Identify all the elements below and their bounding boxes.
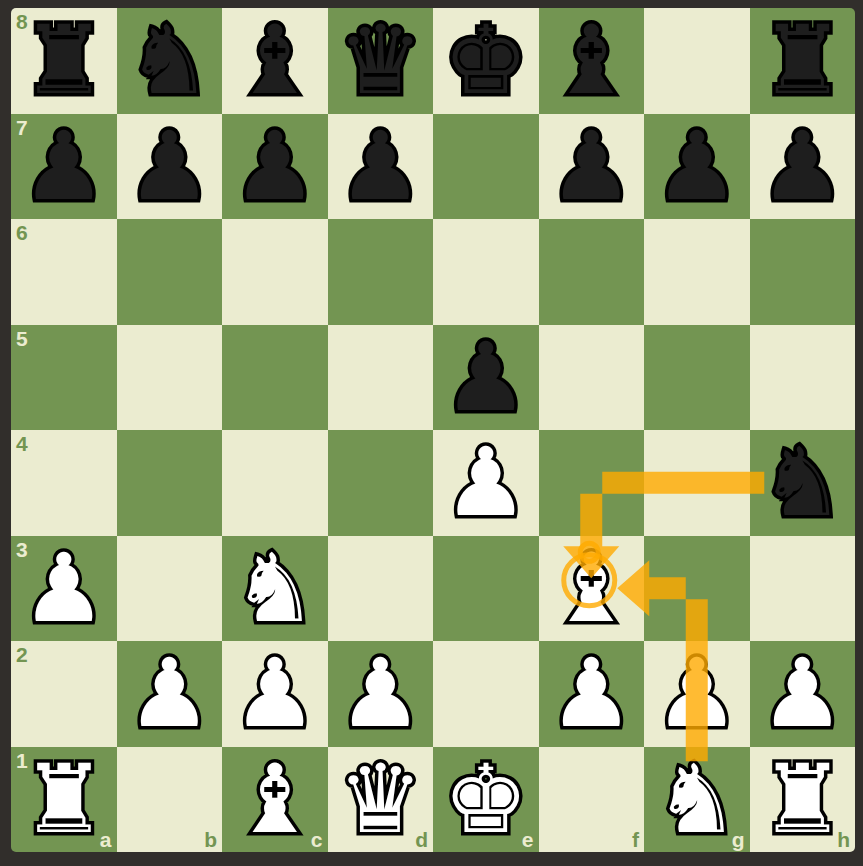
square-h4[interactable]: ♞ [750, 430, 856, 536]
piece-white-rook-a1[interactable]: ♜ [11, 747, 117, 853]
square-b4[interactable] [117, 430, 223, 536]
square-f8[interactable]: ♝ [539, 8, 645, 114]
piece-black-king-e8[interactable]: ♚ [433, 8, 539, 114]
piece-white-pawn-g2[interactable]: ♟ [644, 641, 750, 747]
piece-white-bishop-c1[interactable]: ♝ [222, 747, 328, 853]
square-g1[interactable]: g♞ [644, 747, 750, 853]
piece-white-queen-d1[interactable]: ♛ [328, 747, 434, 853]
square-d5[interactable] [328, 325, 434, 431]
piece-white-king-e1[interactable]: ♚ [433, 747, 539, 853]
square-b5[interactable] [117, 325, 223, 431]
square-c1[interactable]: c♝ [222, 747, 328, 853]
square-h2[interactable]: ♟ [750, 641, 856, 747]
square-g2[interactable]: ♟ [644, 641, 750, 747]
square-a3[interactable]: 3♟ [11, 536, 117, 642]
square-e5[interactable]: ♟ [433, 325, 539, 431]
piece-black-pawn-f7[interactable]: ♟ [539, 114, 645, 220]
square-a8[interactable]: 8♜ [11, 8, 117, 114]
square-d8[interactable]: ♛ [328, 8, 434, 114]
square-e6[interactable] [433, 219, 539, 325]
square-h3[interactable] [750, 536, 856, 642]
rank-label-2: 2 [16, 644, 28, 665]
piece-black-pawn-h7[interactable]: ♟ [750, 114, 856, 220]
square-b2[interactable]: ♟ [117, 641, 223, 747]
file-label-f: f [632, 829, 639, 850]
square-e2[interactable] [433, 641, 539, 747]
piece-white-knight-c3[interactable]: ♞ [222, 536, 328, 642]
square-e7[interactable] [433, 114, 539, 220]
square-h7[interactable]: ♟ [750, 114, 856, 220]
square-c8[interactable]: ♝ [222, 8, 328, 114]
piece-black-pawn-e5[interactable]: ♟ [433, 325, 539, 431]
square-a4[interactable]: 4 [11, 430, 117, 536]
rank-label-5: 5 [16, 328, 28, 349]
square-a7[interactable]: 7♟ [11, 114, 117, 220]
piece-black-pawn-d7[interactable]: ♟ [328, 114, 434, 220]
piece-black-knight-b8[interactable]: ♞ [117, 8, 223, 114]
rank-label-4: 4 [16, 433, 28, 454]
square-d2[interactable]: ♟ [328, 641, 434, 747]
piece-black-pawn-g7[interactable]: ♟ [644, 114, 750, 220]
square-b3[interactable] [117, 536, 223, 642]
app-background: { "game": "chess", "board_theme": "green… [0, 0, 863, 866]
piece-black-rook-h8[interactable]: ♜ [750, 8, 856, 114]
piece-white-pawn-d2[interactable]: ♟ [328, 641, 434, 747]
square-f2[interactable]: ♟ [539, 641, 645, 747]
square-c6[interactable] [222, 219, 328, 325]
square-h5[interactable] [750, 325, 856, 431]
square-b1[interactable]: b [117, 747, 223, 853]
piece-black-knight-h4[interactable]: ♞ [750, 430, 856, 536]
piece-black-bishop-c8[interactable]: ♝ [222, 8, 328, 114]
square-f6[interactable] [539, 219, 645, 325]
square-e1[interactable]: e♚ [433, 747, 539, 853]
square-c2[interactable]: ♟ [222, 641, 328, 747]
square-f7[interactable]: ♟ [539, 114, 645, 220]
square-g7[interactable]: ♟ [644, 114, 750, 220]
piece-white-pawn-c2[interactable]: ♟ [222, 641, 328, 747]
square-d3[interactable] [328, 536, 434, 642]
square-a2[interactable]: 2 [11, 641, 117, 747]
piece-white-bishop-f3[interactable]: ♝ [539, 536, 645, 642]
square-f1[interactable]: f [539, 747, 645, 853]
square-g3[interactable] [644, 536, 750, 642]
piece-black-pawn-a7[interactable]: ♟ [11, 114, 117, 220]
chess-board: 8♜♞♝♛♚♝♜7♟♟♟♟♟♟♟65♟4♟♞3♟♞♝2♟♟♟♟♟♟1a♜bc♝d… [11, 8, 855, 852]
piece-black-bishop-f8[interactable]: ♝ [539, 8, 645, 114]
square-c3[interactable]: ♞ [222, 536, 328, 642]
square-e8[interactable]: ♚ [433, 8, 539, 114]
square-c7[interactable]: ♟ [222, 114, 328, 220]
square-e3[interactable] [433, 536, 539, 642]
square-c4[interactable] [222, 430, 328, 536]
square-g6[interactable] [644, 219, 750, 325]
square-g4[interactable] [644, 430, 750, 536]
square-d4[interactable] [328, 430, 434, 536]
piece-white-pawn-b2[interactable]: ♟ [117, 641, 223, 747]
piece-white-pawn-h2[interactable]: ♟ [750, 641, 856, 747]
piece-white-pawn-a3[interactable]: ♟ [11, 536, 117, 642]
square-g5[interactable] [644, 325, 750, 431]
piece-black-pawn-b7[interactable]: ♟ [117, 114, 223, 220]
square-a5[interactable]: 5 [11, 325, 117, 431]
square-d6[interactable] [328, 219, 434, 325]
square-b8[interactable]: ♞ [117, 8, 223, 114]
square-g8[interactable] [644, 8, 750, 114]
piece-white-rook-h1[interactable]: ♜ [750, 747, 856, 853]
square-d1[interactable]: d♛ [328, 747, 434, 853]
square-a6[interactable]: 6 [11, 219, 117, 325]
piece-white-knight-g1[interactable]: ♞ [644, 747, 750, 853]
square-h6[interactable] [750, 219, 856, 325]
square-b6[interactable] [117, 219, 223, 325]
piece-white-pawn-e4[interactable]: ♟ [433, 430, 539, 536]
square-f5[interactable] [539, 325, 645, 431]
square-h8[interactable]: ♜ [750, 8, 856, 114]
square-d7[interactable]: ♟ [328, 114, 434, 220]
piece-white-pawn-f2[interactable]: ♟ [539, 641, 645, 747]
square-f3[interactable]: ♝ [539, 536, 645, 642]
square-c5[interactable] [222, 325, 328, 431]
rank-label-6: 6 [16, 222, 28, 243]
square-h1[interactable]: h♜ [750, 747, 856, 853]
piece-black-pawn-c7[interactable]: ♟ [222, 114, 328, 220]
square-e4[interactable]: ♟ [433, 430, 539, 536]
square-f4[interactable] [539, 430, 645, 536]
piece-black-rook-a8[interactable]: ♜ [11, 8, 117, 114]
piece-black-queen-d8[interactable]: ♛ [328, 8, 434, 114]
file-label-b: b [204, 829, 217, 850]
square-a1[interactable]: 1a♜ [11, 747, 117, 853]
square-b7[interactable]: ♟ [117, 114, 223, 220]
